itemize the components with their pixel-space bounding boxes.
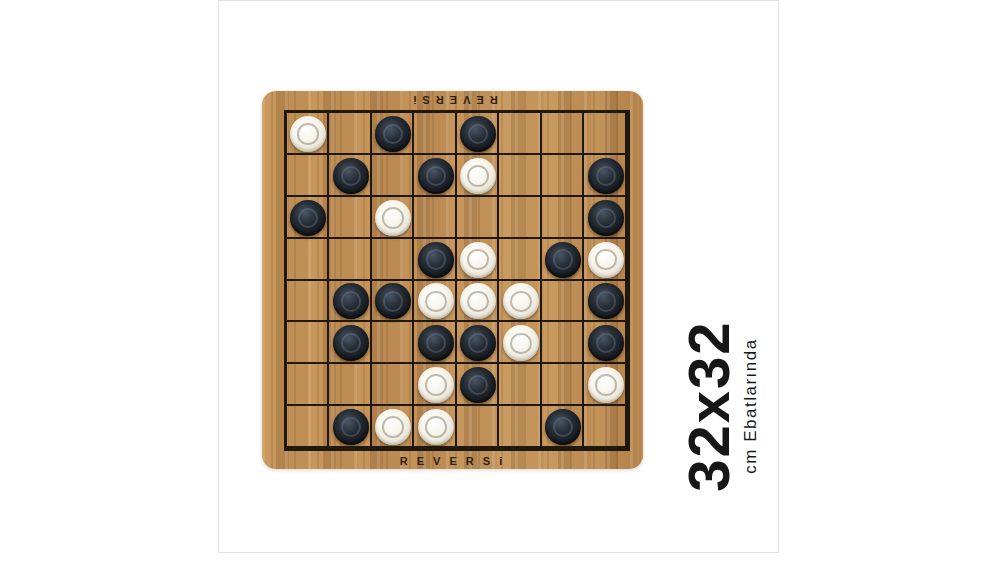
black-piece xyxy=(545,242,581,278)
black-piece xyxy=(375,283,411,319)
product-card: REVERSi R E V E R S i 32x32 cm Ebatların… xyxy=(218,0,779,553)
white-piece xyxy=(460,242,496,278)
black-piece xyxy=(375,116,411,152)
board-brand-top: REVERSi xyxy=(262,94,643,106)
reversi-board: REVERSi R E V E R S i xyxy=(262,91,643,469)
pieces-layer xyxy=(287,113,627,448)
black-piece xyxy=(418,325,454,361)
black-piece xyxy=(460,325,496,361)
black-piece xyxy=(545,409,581,445)
black-piece xyxy=(290,200,326,236)
black-piece xyxy=(588,325,624,361)
white-piece xyxy=(460,283,496,319)
board-grid xyxy=(284,110,630,451)
size-unit-text: cm Ebatlarında xyxy=(742,338,759,473)
white-piece xyxy=(290,116,326,152)
white-piece xyxy=(588,367,624,403)
black-piece xyxy=(333,409,369,445)
black-piece xyxy=(418,242,454,278)
board-brand-bottom: R E V E R S i xyxy=(262,455,643,467)
black-piece xyxy=(588,158,624,194)
size-caption: 32x32 cm Ebatlarında xyxy=(683,315,755,497)
white-piece xyxy=(375,200,411,236)
black-piece xyxy=(588,200,624,236)
black-piece xyxy=(588,283,624,319)
white-piece xyxy=(503,283,539,319)
white-piece xyxy=(418,409,454,445)
size-dimensions-text: 32x32 xyxy=(680,320,738,491)
white-piece xyxy=(460,158,496,194)
black-piece xyxy=(333,283,369,319)
white-piece xyxy=(588,242,624,278)
product-image-canvas: REVERSi R E V E R S i 32x32 cm Ebatların… xyxy=(0,0,1000,563)
white-piece xyxy=(503,325,539,361)
white-piece xyxy=(375,409,411,445)
black-piece xyxy=(460,367,496,403)
black-piece xyxy=(460,116,496,152)
white-piece xyxy=(418,367,454,403)
black-piece xyxy=(333,158,369,194)
black-piece xyxy=(418,158,454,194)
black-piece xyxy=(333,325,369,361)
white-piece xyxy=(418,283,454,319)
